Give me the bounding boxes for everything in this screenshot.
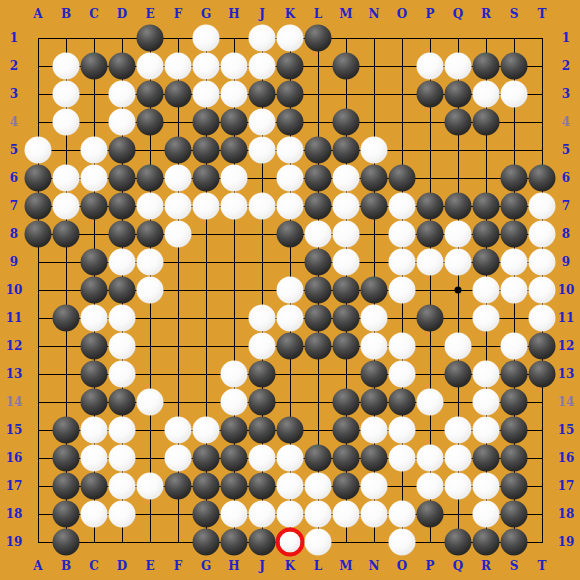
- stone-black-H17[interactable]: [221, 473, 248, 500]
- stone-black-M11[interactable]: [333, 305, 360, 332]
- point-E15[interactable]: [136, 416, 164, 444]
- point-N9[interactable]: [360, 248, 388, 276]
- stone-white-G1[interactable]: [193, 25, 220, 52]
- stone-white-N17[interactable]: [361, 473, 388, 500]
- point-J10[interactable]: [248, 276, 276, 304]
- stone-white-O16[interactable]: [389, 445, 416, 472]
- stone-black-T13[interactable]: [529, 361, 556, 388]
- stone-black-N13[interactable]: [361, 361, 388, 388]
- stone-white-H18[interactable]: [221, 501, 248, 528]
- point-C19[interactable]: [80, 528, 108, 556]
- point-M19[interactable]: [332, 528, 360, 556]
- point-J6[interactable]: [248, 164, 276, 192]
- stone-black-D6[interactable]: [109, 165, 136, 192]
- stone-white-L19[interactable]: [305, 529, 332, 556]
- stone-black-K2[interactable]: [277, 53, 304, 80]
- stone-white-J4[interactable]: [249, 109, 276, 136]
- stone-white-D11[interactable]: [109, 305, 136, 332]
- stone-black-B18[interactable]: [53, 501, 80, 528]
- stone-white-R15[interactable]: [473, 417, 500, 444]
- stone-white-M7[interactable]: [333, 193, 360, 220]
- point-N2[interactable]: [360, 52, 388, 80]
- stone-black-M10[interactable]: [333, 277, 360, 304]
- point-L2[interactable]: [304, 52, 332, 80]
- stone-white-K11[interactable]: [277, 305, 304, 332]
- stone-black-S19[interactable]: [501, 529, 528, 556]
- stone-white-E7[interactable]: [137, 193, 164, 220]
- point-F9[interactable]: [164, 248, 192, 276]
- point-G10[interactable]: [192, 276, 220, 304]
- stone-black-T6[interactable]: [529, 165, 556, 192]
- stone-white-K5[interactable]: [277, 137, 304, 164]
- stone-black-N7[interactable]: [361, 193, 388, 220]
- point-T19[interactable]: [528, 528, 556, 556]
- stone-white-G2[interactable]: [193, 53, 220, 80]
- stone-white-D13[interactable]: [109, 361, 136, 388]
- stone-black-F5[interactable]: [165, 137, 192, 164]
- point-L3[interactable]: [304, 80, 332, 108]
- point-O1[interactable]: [388, 24, 416, 52]
- stone-black-G19[interactable]: [193, 529, 220, 556]
- stone-black-Q3[interactable]: [445, 81, 472, 108]
- point-K14[interactable]: [276, 388, 304, 416]
- stone-black-Q7[interactable]: [445, 193, 472, 220]
- point-E19[interactable]: [136, 528, 164, 556]
- stone-black-H19[interactable]: [221, 529, 248, 556]
- stone-white-G15[interactable]: [193, 417, 220, 444]
- stone-white-D9[interactable]: [109, 249, 136, 276]
- stone-white-H6[interactable]: [221, 165, 248, 192]
- stone-black-B8[interactable]: [53, 221, 80, 248]
- stone-white-C15[interactable]: [81, 417, 108, 444]
- point-Q14[interactable]: [444, 388, 472, 416]
- point-D19[interactable]: [108, 528, 136, 556]
- point-T3[interactable]: [528, 80, 556, 108]
- stone-black-R9[interactable]: [473, 249, 500, 276]
- point-A11[interactable]: [24, 304, 52, 332]
- stone-white-O9[interactable]: [389, 249, 416, 276]
- point-F4[interactable]: [164, 108, 192, 136]
- stone-white-F6[interactable]: [165, 165, 192, 192]
- stone-black-L5[interactable]: [305, 137, 332, 164]
- point-B5[interactable]: [52, 136, 80, 164]
- stone-white-Q9[interactable]: [445, 249, 472, 276]
- stone-black-S8[interactable]: [501, 221, 528, 248]
- point-P13[interactable]: [416, 360, 444, 388]
- point-S5[interactable]: [500, 136, 528, 164]
- stone-black-L9[interactable]: [305, 249, 332, 276]
- point-K13[interactable]: [276, 360, 304, 388]
- stone-black-J3[interactable]: [249, 81, 276, 108]
- stone-white-P17[interactable]: [417, 473, 444, 500]
- stone-black-G5[interactable]: [193, 137, 220, 164]
- stone-black-C17[interactable]: [81, 473, 108, 500]
- stone-white-C5[interactable]: [81, 137, 108, 164]
- point-N4[interactable]: [360, 108, 388, 136]
- point-A17[interactable]: [24, 472, 52, 500]
- stone-black-M2[interactable]: [333, 53, 360, 80]
- stone-black-H5[interactable]: [221, 137, 248, 164]
- go-board[interactable]: AABBCCDDEEFFGGHHJJKKLLMMNNOOPPQQRRSSTT11…: [0, 0, 580, 580]
- stone-black-A7[interactable]: [25, 193, 52, 220]
- stone-black-E3[interactable]: [137, 81, 164, 108]
- stone-white-K7[interactable]: [277, 193, 304, 220]
- stone-white-J2[interactable]: [249, 53, 276, 80]
- point-M3[interactable]: [332, 80, 360, 108]
- stone-black-H15[interactable]: [221, 417, 248, 444]
- stone-black-D14[interactable]: [109, 389, 136, 416]
- stone-white-C16[interactable]: [81, 445, 108, 472]
- stone-black-F3[interactable]: [165, 81, 192, 108]
- point-E5[interactable]: [136, 136, 164, 164]
- stone-black-T12[interactable]: [529, 333, 556, 360]
- point-E13[interactable]: [136, 360, 164, 388]
- point-P5[interactable]: [416, 136, 444, 164]
- point-H10[interactable]: [220, 276, 248, 304]
- stone-black-P11[interactable]: [417, 305, 444, 332]
- stone-white-B6[interactable]: [53, 165, 80, 192]
- stone-black-N6[interactable]: [361, 165, 388, 192]
- point-E16[interactable]: [136, 444, 164, 472]
- point-B1[interactable]: [52, 24, 80, 52]
- stone-white-D17[interactable]: [109, 473, 136, 500]
- stone-white-K1[interactable]: [277, 25, 304, 52]
- stone-white-O7[interactable]: [389, 193, 416, 220]
- stone-black-S2[interactable]: [501, 53, 528, 80]
- stone-white-H7[interactable]: [221, 193, 248, 220]
- point-D1[interactable]: [108, 24, 136, 52]
- stone-white-E17[interactable]: [137, 473, 164, 500]
- point-N8[interactable]: [360, 220, 388, 248]
- point-P10[interactable]: [416, 276, 444, 304]
- stone-white-Q8[interactable]: [445, 221, 472, 248]
- stone-white-R3[interactable]: [473, 81, 500, 108]
- point-O2[interactable]: [388, 52, 416, 80]
- stone-white-O12[interactable]: [389, 333, 416, 360]
- stone-black-R19[interactable]: [473, 529, 500, 556]
- stone-white-N5[interactable]: [361, 137, 388, 164]
- stone-white-L8[interactable]: [305, 221, 332, 248]
- stone-black-H16[interactable]: [221, 445, 248, 472]
- point-A15[interactable]: [24, 416, 52, 444]
- stone-white-D15[interactable]: [109, 417, 136, 444]
- stone-white-M8[interactable]: [333, 221, 360, 248]
- stone-black-J13[interactable]: [249, 361, 276, 388]
- stone-black-R4[interactable]: [473, 109, 500, 136]
- stone-white-E9[interactable]: [137, 249, 164, 276]
- point-P1[interactable]: [416, 24, 444, 52]
- stone-black-G4[interactable]: [193, 109, 220, 136]
- stone-white-J1[interactable]: [249, 25, 276, 52]
- point-E12[interactable]: [136, 332, 164, 360]
- point-B12[interactable]: [52, 332, 80, 360]
- point-A18[interactable]: [24, 500, 52, 528]
- stone-white-M9[interactable]: [333, 249, 360, 276]
- stone-white-T11[interactable]: [529, 305, 556, 332]
- stone-black-R7[interactable]: [473, 193, 500, 220]
- point-P15[interactable]: [416, 416, 444, 444]
- stone-black-S13[interactable]: [501, 361, 528, 388]
- stone-white-K18[interactable]: [277, 501, 304, 528]
- stone-black-E8[interactable]: [137, 221, 164, 248]
- stone-black-D5[interactable]: [109, 137, 136, 164]
- point-F19[interactable]: [164, 528, 192, 556]
- point-M1[interactable]: [332, 24, 360, 52]
- point-H8[interactable]: [220, 220, 248, 248]
- stone-black-C9[interactable]: [81, 249, 108, 276]
- point-T1[interactable]: [528, 24, 556, 52]
- point-T17[interactable]: [528, 472, 556, 500]
- point-A12[interactable]: [24, 332, 52, 360]
- stone-black-L1[interactable]: [305, 25, 332, 52]
- stone-white-M18[interactable]: [333, 501, 360, 528]
- stone-white-S12[interactable]: [501, 333, 528, 360]
- stone-black-Q13[interactable]: [445, 361, 472, 388]
- stone-white-E14[interactable]: [137, 389, 164, 416]
- stone-black-D8[interactable]: [109, 221, 136, 248]
- stone-white-O13[interactable]: [389, 361, 416, 388]
- point-E11[interactable]: [136, 304, 164, 332]
- stone-black-D10[interactable]: [109, 277, 136, 304]
- stone-black-J17[interactable]: [249, 473, 276, 500]
- stone-black-S15[interactable]: [501, 417, 528, 444]
- stone-black-L11[interactable]: [305, 305, 332, 332]
- point-T16[interactable]: [528, 444, 556, 472]
- stone-white-Q2[interactable]: [445, 53, 472, 80]
- stone-white-J7[interactable]: [249, 193, 276, 220]
- stone-white-R13[interactable]: [473, 361, 500, 388]
- point-F11[interactable]: [164, 304, 192, 332]
- point-E18[interactable]: [136, 500, 164, 528]
- stone-black-Q4[interactable]: [445, 109, 472, 136]
- point-Q11[interactable]: [444, 304, 472, 332]
- point-L13[interactable]: [304, 360, 332, 388]
- stone-white-C6[interactable]: [81, 165, 108, 192]
- stone-black-K3[interactable]: [277, 81, 304, 108]
- stone-white-R17[interactable]: [473, 473, 500, 500]
- stone-black-G17[interactable]: [193, 473, 220, 500]
- stone-white-L18[interactable]: [305, 501, 332, 528]
- point-A2[interactable]: [24, 52, 52, 80]
- stone-black-F17[interactable]: [165, 473, 192, 500]
- stone-white-F7[interactable]: [165, 193, 192, 220]
- stone-black-M16[interactable]: [333, 445, 360, 472]
- stone-white-G7[interactable]: [193, 193, 220, 220]
- point-J9[interactable]: [248, 248, 276, 276]
- stone-white-J18[interactable]: [249, 501, 276, 528]
- stone-black-R8[interactable]: [473, 221, 500, 248]
- stone-white-T8[interactable]: [529, 221, 556, 248]
- stone-black-J19[interactable]: [249, 529, 276, 556]
- point-L14[interactable]: [304, 388, 332, 416]
- stone-black-S18[interactable]: [501, 501, 528, 528]
- stone-black-E4[interactable]: [137, 109, 164, 136]
- point-T2[interactable]: [528, 52, 556, 80]
- stone-white-F16[interactable]: [165, 445, 192, 472]
- point-A3[interactable]: [24, 80, 52, 108]
- stone-white-C18[interactable]: [81, 501, 108, 528]
- stone-black-P7[interactable]: [417, 193, 444, 220]
- point-A13[interactable]: [24, 360, 52, 388]
- stone-black-C7[interactable]: [81, 193, 108, 220]
- point-P12[interactable]: [416, 332, 444, 360]
- stone-white-D12[interactable]: [109, 333, 136, 360]
- stone-black-B11[interactable]: [53, 305, 80, 332]
- stone-black-C13[interactable]: [81, 361, 108, 388]
- stone-white-K17[interactable]: [277, 473, 304, 500]
- point-P6[interactable]: [416, 164, 444, 192]
- stone-black-A8[interactable]: [25, 221, 52, 248]
- stone-white-N12[interactable]: [361, 333, 388, 360]
- stone-white-T10[interactable]: [529, 277, 556, 304]
- point-P4[interactable]: [416, 108, 444, 136]
- stone-black-D7[interactable]: [109, 193, 136, 220]
- stone-white-G3[interactable]: [193, 81, 220, 108]
- point-T4[interactable]: [528, 108, 556, 136]
- stone-black-A6[interactable]: [25, 165, 52, 192]
- stone-black-N14[interactable]: [361, 389, 388, 416]
- point-S11[interactable]: [500, 304, 528, 332]
- stone-white-D3[interactable]: [109, 81, 136, 108]
- stone-black-E6[interactable]: [137, 165, 164, 192]
- stone-white-O15[interactable]: [389, 417, 416, 444]
- stone-black-S7[interactable]: [501, 193, 528, 220]
- point-L4[interactable]: [304, 108, 332, 136]
- stone-black-M15[interactable]: [333, 417, 360, 444]
- stone-white-B3[interactable]: [53, 81, 80, 108]
- stone-black-K8[interactable]: [277, 221, 304, 248]
- stone-white-S3[interactable]: [501, 81, 528, 108]
- stone-white-P14[interactable]: [417, 389, 444, 416]
- stone-white-P2[interactable]: [417, 53, 444, 80]
- stone-white-E10[interactable]: [137, 277, 164, 304]
- stone-black-B16[interactable]: [53, 445, 80, 472]
- point-F12[interactable]: [164, 332, 192, 360]
- stone-white-F15[interactable]: [165, 417, 192, 444]
- stone-white-M6[interactable]: [333, 165, 360, 192]
- stone-white-H3[interactable]: [221, 81, 248, 108]
- point-T14[interactable]: [528, 388, 556, 416]
- stone-white-O8[interactable]: [389, 221, 416, 248]
- point-O4[interactable]: [388, 108, 416, 136]
- stone-black-H4[interactable]: [221, 109, 248, 136]
- stone-black-K4[interactable]: [277, 109, 304, 136]
- point-A4[interactable]: [24, 108, 52, 136]
- stone-white-R14[interactable]: [473, 389, 500, 416]
- stone-black-L16[interactable]: [305, 445, 332, 472]
- point-T5[interactable]: [528, 136, 556, 164]
- stone-black-G6[interactable]: [193, 165, 220, 192]
- stone-white-J12[interactable]: [249, 333, 276, 360]
- stone-black-K15[interactable]: [277, 417, 304, 444]
- stone-white-Q12[interactable]: [445, 333, 472, 360]
- point-A1[interactable]: [24, 24, 52, 52]
- stone-white-T7[interactable]: [529, 193, 556, 220]
- stone-white-R10[interactable]: [473, 277, 500, 304]
- point-A14[interactable]: [24, 388, 52, 416]
- stone-white-J16[interactable]: [249, 445, 276, 472]
- stone-black-S17[interactable]: [501, 473, 528, 500]
- stone-white-R11[interactable]: [473, 305, 500, 332]
- stone-black-G16[interactable]: [193, 445, 220, 472]
- stone-white-Q16[interactable]: [445, 445, 472, 472]
- point-A16[interactable]: [24, 444, 52, 472]
- point-A19[interactable]: [24, 528, 52, 556]
- point-N19[interactable]: [360, 528, 388, 556]
- stone-black-P8[interactable]: [417, 221, 444, 248]
- point-S4[interactable]: [500, 108, 528, 136]
- stone-white-T9[interactable]: [529, 249, 556, 276]
- point-R6[interactable]: [472, 164, 500, 192]
- stone-white-N18[interactable]: [361, 501, 388, 528]
- point-G11[interactable]: [192, 304, 220, 332]
- stone-white-J5[interactable]: [249, 137, 276, 164]
- point-C1[interactable]: [80, 24, 108, 52]
- stone-black-B17[interactable]: [53, 473, 80, 500]
- stone-black-G18[interactable]: [193, 501, 220, 528]
- point-G9[interactable]: [192, 248, 220, 276]
- stone-black-S16[interactable]: [501, 445, 528, 472]
- stone-white-K10[interactable]: [277, 277, 304, 304]
- stone-black-N10[interactable]: [361, 277, 388, 304]
- point-R12[interactable]: [472, 332, 500, 360]
- stone-black-C10[interactable]: [81, 277, 108, 304]
- point-A10[interactable]: [24, 276, 52, 304]
- point-O11[interactable]: [388, 304, 416, 332]
- stone-white-K6[interactable]: [277, 165, 304, 192]
- stone-white-B4[interactable]: [53, 109, 80, 136]
- stone-white-H14[interactable]: [221, 389, 248, 416]
- stone-black-S6[interactable]: [501, 165, 528, 192]
- point-H11[interactable]: [220, 304, 248, 332]
- point-B10[interactable]: [52, 276, 80, 304]
- stone-black-M12[interactable]: [333, 333, 360, 360]
- point-Q10[interactable]: [444, 276, 472, 304]
- stone-white-A5[interactable]: [25, 137, 52, 164]
- point-T18[interactable]: [528, 500, 556, 528]
- stone-white-O19[interactable]: [389, 529, 416, 556]
- stone-black-J15[interactable]: [249, 417, 276, 444]
- stone-white-L17[interactable]: [305, 473, 332, 500]
- point-O17[interactable]: [388, 472, 416, 500]
- stone-black-E1[interactable]: [137, 25, 164, 52]
- stone-black-R16[interactable]: [473, 445, 500, 472]
- stone-white-K16[interactable]: [277, 445, 304, 472]
- point-F13[interactable]: [164, 360, 192, 388]
- stone-black-O14[interactable]: [389, 389, 416, 416]
- point-J8[interactable]: [248, 220, 276, 248]
- point-C8[interactable]: [80, 220, 108, 248]
- stone-white-J11[interactable]: [249, 305, 276, 332]
- stone-white-O18[interactable]: [389, 501, 416, 528]
- point-G8[interactable]: [192, 220, 220, 248]
- stone-black-B15[interactable]: [53, 417, 80, 444]
- stone-black-C12[interactable]: [81, 333, 108, 360]
- stone-black-C14[interactable]: [81, 389, 108, 416]
- stone-black-L10[interactable]: [305, 277, 332, 304]
- stone-black-M5[interactable]: [333, 137, 360, 164]
- point-Q1[interactable]: [444, 24, 472, 52]
- point-B14[interactable]: [52, 388, 80, 416]
- point-F10[interactable]: [164, 276, 192, 304]
- stone-white-R18[interactable]: [473, 501, 500, 528]
- stone-white-F2[interactable]: [165, 53, 192, 80]
- point-M13[interactable]: [332, 360, 360, 388]
- stone-black-N16[interactable]: [361, 445, 388, 472]
- point-O3[interactable]: [388, 80, 416, 108]
- stone-black-J14[interactable]: [249, 389, 276, 416]
- point-H9[interactable]: [220, 248, 248, 276]
